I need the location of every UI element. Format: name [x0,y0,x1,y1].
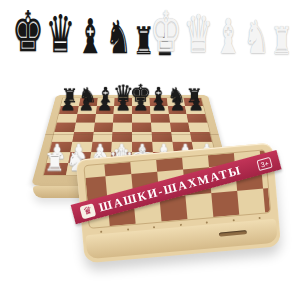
peg-dot [206,222,208,224]
square: ♞ [79,98,98,106]
white-queen-sample: ♛ [183,8,213,60]
black-knight: ♞ [167,84,186,105]
black-bishop-sample: ♝ [77,12,105,60]
square: ♟ [114,106,132,114]
square [132,114,151,123]
square [113,114,132,123]
peg-dot [259,217,261,219]
square: ♟ [47,152,70,163]
square [132,142,153,152]
square [113,123,132,132]
square [74,123,95,132]
peg-dot [127,228,129,230]
square [150,114,169,123]
square [151,123,171,132]
black-queen-sample: ♛ [45,8,75,60]
box-handle-slot [219,230,247,236]
square [55,123,76,132]
black-rook: ♜ [61,86,78,105]
square: ♟ [167,106,186,114]
square: ♟ [132,106,150,114]
black-queen: ♛ [113,82,134,105]
square [188,123,209,132]
brand-crown-icon: ♛ [79,203,96,219]
square: ♝ [97,98,115,106]
black-bishop: ♝ [96,84,115,105]
black-bishop: ♝ [149,84,168,105]
square [187,114,207,123]
square [170,123,191,132]
product-photo: ♚♛♝♞♜♟ ♚♛♝♞♜♟ ♜♞♝♛♚♝♞♜♟♟♟♟♟♟♟♟♟♟♟♟♟♟♟♟♜♞… [0,0,295,295]
square [152,142,173,152]
square [57,114,77,123]
display-white-pieces: ♚♛♝♞♜♟ [150,6,295,60]
square [70,142,92,152]
peg-dot [179,224,181,226]
square: ♜ [44,163,68,175]
white-rook-sample: ♜ [271,22,293,60]
square [76,114,96,123]
square: ♟ [150,106,169,114]
peg-dot [100,231,102,233]
white-rook: ♜ [44,150,66,174]
age-badge: 3+ [256,156,272,170]
white-pawn-sample: ♟ [294,29,295,60]
black-king-sample: ♚ [12,4,44,60]
square [94,114,113,123]
square [93,123,113,132]
square: ♝ [149,98,167,106]
black-rook: ♜ [185,86,202,105]
white-bishop-sample: ♝ [215,12,243,60]
closed-box: ♛ ШАШКИ-ШАХМАТЫ 3+ [76,143,281,264]
square: ♚ [132,98,150,106]
square: ♟ [59,106,79,114]
square: ♛ [114,98,132,106]
peg-dot [153,226,155,228]
square: ♞ [167,98,186,106]
square [91,142,112,152]
white-knight-sample: ♞ [243,14,269,60]
square: ♜ [61,98,80,106]
square: ♟ [185,106,205,114]
square: ♜ [184,98,203,106]
square [169,114,189,123]
square [132,123,151,132]
square: ♟ [77,106,96,114]
white-king-sample: ♚ [150,4,182,60]
black-knight-sample: ♞ [105,14,131,60]
square [111,142,132,152]
black-king: ♚ [130,81,152,105]
peg-dot [232,219,234,221]
black-knight: ♞ [78,84,97,105]
square: ♟ [95,106,114,114]
square [50,142,73,152]
fold-seam [45,134,219,135]
